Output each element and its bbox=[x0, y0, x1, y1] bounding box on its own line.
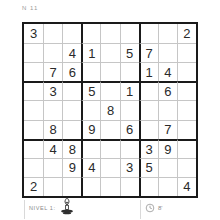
cell-r7c7: 3 bbox=[139, 139, 158, 158]
cell-r4c5[interactable] bbox=[100, 81, 119, 100]
cell-r9c9: 4 bbox=[177, 177, 196, 196]
cell-r2c2[interactable] bbox=[43, 43, 62, 62]
cell-r5c9[interactable] bbox=[177, 100, 196, 119]
cell-r6c1[interactable] bbox=[24, 120, 43, 139]
cell-r3c1[interactable] bbox=[24, 62, 43, 81]
cell-r3c2: 7 bbox=[43, 62, 62, 81]
cell-r4c6: 1 bbox=[120, 81, 139, 100]
cell-r6c5[interactable] bbox=[100, 120, 119, 139]
cell-r6c4: 9 bbox=[81, 120, 100, 139]
cell-r8c9[interactable] bbox=[177, 158, 196, 177]
sudoku-page: N 11 32415776143516889674839943524 NIVEL… bbox=[0, 0, 220, 220]
level-label: NIVEL 1: bbox=[29, 205, 56, 211]
cell-r8c2[interactable] bbox=[43, 158, 62, 177]
cell-r1c6[interactable] bbox=[120, 24, 139, 43]
cell-r4c3[interactable] bbox=[62, 81, 81, 100]
cell-r8c7: 5 bbox=[139, 158, 158, 177]
cell-r8c1[interactable] bbox=[24, 158, 43, 177]
cell-r2c6: 5 bbox=[120, 43, 139, 62]
cell-r9c7[interactable] bbox=[139, 177, 158, 196]
cell-r5c8[interactable] bbox=[158, 100, 177, 119]
candle-icon bbox=[60, 197, 74, 219]
cell-r1c1: 3 bbox=[24, 24, 43, 43]
cell-r2c7: 7 bbox=[139, 43, 158, 62]
cell-r8c5[interactable] bbox=[100, 158, 119, 177]
cell-r6c2: 8 bbox=[43, 120, 62, 139]
cell-r7c3: 8 bbox=[62, 139, 81, 158]
cell-r8c6: 3 bbox=[120, 158, 139, 177]
cell-r7c9[interactable] bbox=[177, 139, 196, 158]
cell-r2c5[interactable] bbox=[100, 43, 119, 62]
cell-r2c9[interactable] bbox=[177, 43, 196, 62]
cell-r4c9[interactable] bbox=[177, 81, 196, 100]
cell-r9c8[interactable] bbox=[158, 177, 177, 196]
cell-r7c5[interactable] bbox=[100, 139, 119, 158]
clock-icon bbox=[145, 199, 155, 217]
cell-r5c1[interactable] bbox=[24, 100, 43, 119]
cell-r3c9[interactable] bbox=[177, 62, 196, 81]
cell-r4c2: 3 bbox=[43, 81, 62, 100]
cell-r6c6: 6 bbox=[120, 120, 139, 139]
cell-r2c4: 1 bbox=[81, 43, 100, 62]
cell-r7c8: 9 bbox=[158, 139, 177, 158]
cell-r1c2[interactable] bbox=[43, 24, 62, 43]
cell-r2c8[interactable] bbox=[158, 43, 177, 62]
time-label: 8' bbox=[158, 205, 162, 211]
cell-r1c8[interactable] bbox=[158, 24, 177, 43]
cell-r8c8[interactable] bbox=[158, 158, 177, 177]
cell-r5c5: 8 bbox=[100, 100, 119, 119]
cell-r9c4[interactable] bbox=[81, 177, 100, 196]
cell-r1c4[interactable] bbox=[81, 24, 100, 43]
cell-r9c3[interactable] bbox=[62, 177, 81, 196]
cell-r2c1[interactable] bbox=[24, 43, 43, 62]
puzzle-number-label: N 11 bbox=[22, 5, 38, 11]
cell-r1c3[interactable] bbox=[62, 24, 81, 43]
cell-r7c2: 4 bbox=[43, 139, 62, 158]
footer-divider-right bbox=[140, 200, 141, 219]
cell-r6c3[interactable] bbox=[62, 120, 81, 139]
cell-r2c3: 4 bbox=[62, 43, 81, 62]
cell-r5c4[interactable] bbox=[81, 100, 100, 119]
cell-r7c1[interactable] bbox=[24, 139, 43, 158]
cell-r9c1: 2 bbox=[24, 177, 43, 196]
cell-r5c2[interactable] bbox=[43, 100, 62, 119]
footer-divider-left bbox=[24, 200, 25, 219]
cell-r5c3[interactable] bbox=[62, 100, 81, 119]
cell-r7c6[interactable] bbox=[120, 139, 139, 158]
cell-r3c5[interactable] bbox=[100, 62, 119, 81]
cell-r6c9[interactable] bbox=[177, 120, 196, 139]
cell-r8c3: 9 bbox=[62, 158, 81, 177]
cell-r4c1[interactable] bbox=[24, 81, 43, 100]
cell-r3c6[interactable] bbox=[120, 62, 139, 81]
cell-r1c9: 2 bbox=[177, 24, 196, 43]
cell-r9c2[interactable] bbox=[43, 177, 62, 196]
cell-r3c8: 4 bbox=[158, 62, 177, 81]
cell-r4c4: 5 bbox=[81, 81, 100, 100]
time-indicator: 8' bbox=[145, 201, 162, 215]
cell-r1c7[interactable] bbox=[139, 24, 158, 43]
cell-r9c5[interactable] bbox=[100, 177, 119, 196]
cell-r9c6[interactable] bbox=[120, 177, 139, 196]
cell-r7c4[interactable] bbox=[81, 139, 100, 158]
cell-r4c8: 6 bbox=[158, 81, 177, 100]
cell-r5c7[interactable] bbox=[139, 100, 158, 119]
cell-r4c7[interactable] bbox=[139, 81, 158, 100]
cell-r1c5[interactable] bbox=[100, 24, 119, 43]
cell-r3c7: 1 bbox=[139, 62, 158, 81]
cell-r5c6[interactable] bbox=[120, 100, 139, 119]
cell-r3c3: 6 bbox=[62, 62, 81, 81]
cell-r3c4[interactable] bbox=[81, 62, 100, 81]
cell-r6c8: 7 bbox=[158, 120, 177, 139]
sudoku-board: 32415776143516889674839943524 bbox=[22, 22, 198, 198]
cell-r8c4: 4 bbox=[81, 158, 100, 177]
level-indicator: NIVEL 1: bbox=[29, 200, 74, 216]
cell-r6c7[interactable] bbox=[139, 120, 158, 139]
